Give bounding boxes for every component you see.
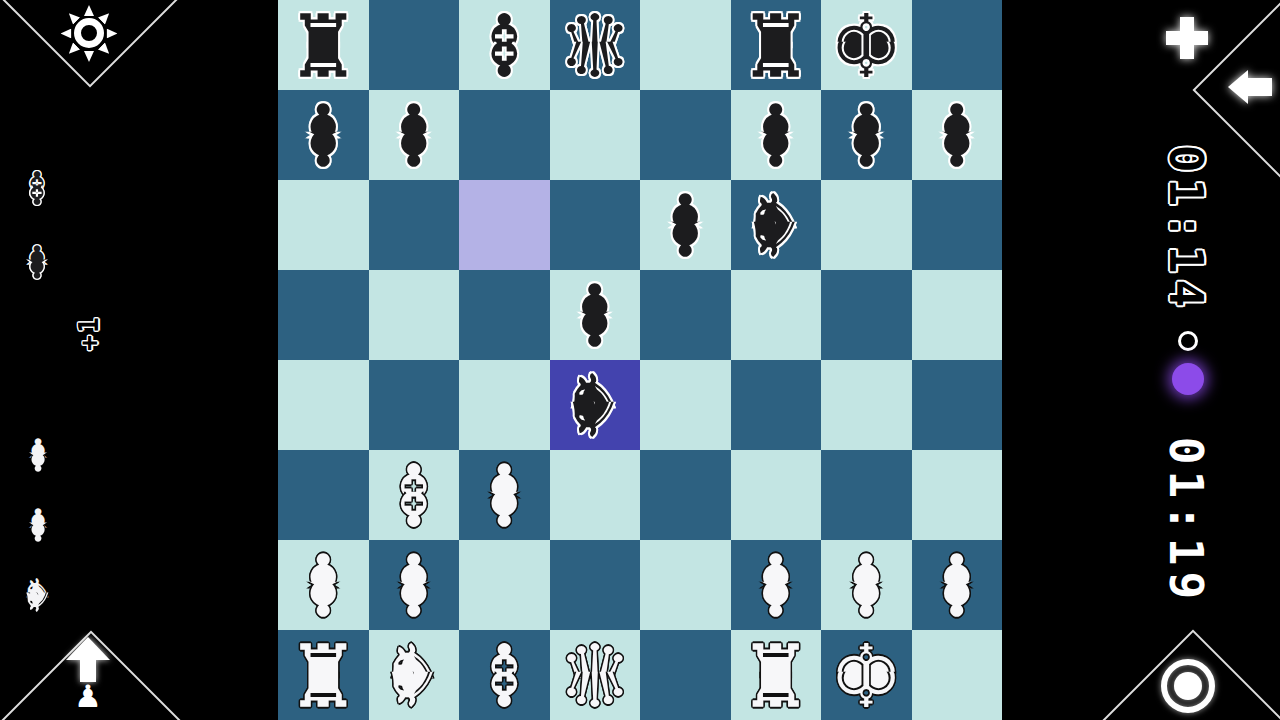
square-d2[interactable] — [550, 540, 641, 630]
white-rook[interactable]: ♜♜ — [278, 633, 368, 717]
sun-ray — [98, 42, 113, 57]
captured-white-pawn: ♟♟ — [16, 431, 60, 479]
square-b4[interactable] — [369, 360, 460, 450]
square-a2[interactable]: ♟♟ — [278, 540, 369, 630]
square-h8[interactable] — [912, 0, 1003, 90]
square-g1[interactable]: ♚♚ — [821, 630, 912, 720]
black-pawn[interactable]: ♟♟ — [369, 93, 459, 177]
square-a4[interactable] — [278, 360, 369, 450]
plus-icon[interactable] — [1166, 17, 1208, 59]
inactive-turn-dot — [1178, 331, 1198, 351]
square-e8[interactable] — [640, 0, 731, 90]
captured-white-pieces-tray: ♟♟♟♟♞♞ — [16, 431, 108, 619]
sun-ray — [84, 5, 94, 16]
square-c6[interactable] — [459, 180, 550, 270]
square-f2[interactable]: ♟♟ — [731, 540, 822, 630]
black-clock: 01:14 — [1161, 124, 1211, 334]
square-d6[interactable] — [550, 180, 641, 270]
square-c1[interactable]: ♝♝ — [459, 630, 550, 720]
black-pawn[interactable]: ♟♟ — [640, 183, 730, 267]
black-queen[interactable]: ♛♛ — [550, 3, 640, 87]
black-knight[interactable]: ♞♞ — [550, 363, 640, 447]
square-e1[interactable] — [640, 630, 731, 720]
captured-white-knight: ♞♞ — [16, 571, 60, 619]
square-c4[interactable] — [459, 360, 550, 450]
square-a8[interactable]: ♜♜ — [278, 0, 369, 90]
square-b5[interactable] — [369, 270, 460, 360]
white-pawn[interactable]: ♟♟ — [459, 453, 549, 537]
square-h1[interactable] — [912, 630, 1003, 720]
square-b2[interactable]: ♟♟ — [369, 540, 460, 630]
square-g5[interactable] — [821, 270, 912, 360]
black-pawn[interactable]: ♟♟ — [550, 273, 640, 357]
square-f3[interactable] — [731, 450, 822, 540]
square-g4[interactable] — [821, 360, 912, 450]
back-arrow-stem — [1246, 78, 1272, 96]
app-screen: ♜♜♝♝♛♛♜♜♚♚♟♟♟♟♟♟♟♟♟♟♟♟♞♞♟♟♞♞♝♝♟♟♟♟♟♟♟♟♟♟… — [0, 0, 1280, 720]
sun-ray — [84, 51, 94, 62]
white-pawn[interactable]: ♟♟ — [912, 543, 1002, 627]
square-d3[interactable] — [550, 450, 641, 540]
settings-sun-icon[interactable] — [61, 5, 117, 61]
square-c8[interactable]: ♝♝ — [459, 0, 550, 90]
square-h6[interactable] — [912, 180, 1003, 270]
square-a6[interactable] — [278, 180, 369, 270]
square-g7[interactable]: ♟♟ — [821, 90, 912, 180]
square-c5[interactable] — [459, 270, 550, 360]
sun-ray — [107, 29, 118, 39]
square-e6[interactable]: ♟♟ — [640, 180, 731, 270]
material-advantage-label: +1 — [73, 298, 105, 368]
white-king[interactable]: ♚♚ — [821, 633, 911, 717]
black-rook[interactable]: ♜♜ — [278, 3, 368, 87]
back-arrow-head — [1228, 70, 1248, 104]
black-pawn[interactable]: ♟♟ — [278, 93, 368, 177]
square-e5[interactable] — [640, 270, 731, 360]
square-g6[interactable] — [821, 180, 912, 270]
square-f8[interactable]: ♜♜ — [731, 0, 822, 90]
black-bishop[interactable]: ♝♝ — [459, 3, 549, 87]
square-b7[interactable]: ♟♟ — [369, 90, 460, 180]
square-c3[interactable]: ♟♟ — [459, 450, 550, 540]
record-icon[interactable] — [1161, 659, 1215, 713]
back-arrow-icon[interactable] — [1228, 70, 1272, 104]
up-arrow-icon[interactable] — [66, 637, 110, 683]
square-h5[interactable] — [912, 270, 1003, 360]
white-pawn[interactable]: ♟♟ — [369, 543, 459, 627]
square-a1[interactable]: ♜♜ — [278, 630, 369, 720]
sun-ring — [74, 18, 104, 48]
square-a7[interactable]: ♟♟ — [278, 90, 369, 180]
up-arrow-head — [66, 637, 110, 660]
square-e4[interactable] — [640, 360, 731, 450]
sun-ray — [65, 42, 80, 57]
black-pawn[interactable]: ♟♟ — [912, 93, 1002, 177]
chess-board[interactable]: ♜♜♝♝♛♛♜♜♚♚♟♟♟♟♟♟♟♟♟♟♟♟♞♞♟♟♞♞♝♝♟♟♟♟♟♟♟♟♟♟… — [278, 0, 1002, 720]
bottom-right-corner-button[interactable] — [1020, 629, 1280, 720]
square-b3[interactable]: ♝♝ — [369, 450, 460, 540]
white-pawn[interactable]: ♟♟ — [731, 543, 821, 627]
black-pawn[interactable]: ♟♟ — [821, 93, 911, 177]
square-e3[interactable] — [640, 450, 731, 540]
white-bishop[interactable]: ♝♝ — [459, 633, 549, 717]
black-knight[interactable]: ♞♞ — [731, 183, 821, 267]
white-knight[interactable]: ♞♞ — [369, 633, 459, 717]
square-f5[interactable] — [731, 270, 822, 360]
pawn-icon: ♟ — [71, 678, 105, 714]
square-d5[interactable]: ♟♟ — [550, 270, 641, 360]
square-f6[interactable]: ♞♞ — [731, 180, 822, 270]
white-clock: 01:19 — [1161, 416, 1211, 626]
black-king[interactable]: ♚♚ — [821, 3, 911, 87]
white-pawn[interactable]: ♟♟ — [821, 543, 911, 627]
captured-black-pawn: ♟♟ — [15, 238, 59, 286]
white-rook[interactable]: ♜♜ — [731, 633, 821, 717]
square-e7[interactable] — [640, 90, 731, 180]
sun-ray — [61, 29, 72, 39]
square-g3[interactable] — [821, 450, 912, 540]
black-pawn[interactable]: ♟♟ — [731, 93, 821, 177]
square-f7[interactable]: ♟♟ — [731, 90, 822, 180]
square-d8[interactable]: ♛♛ — [550, 0, 641, 90]
bottom-left-corner-button[interactable] — [0, 630, 264, 720]
captured-black-pieces-tray: ♝♝♟♟ — [15, 164, 59, 286]
square-a3[interactable] — [278, 450, 369, 540]
white-bishop[interactable]: ♝♝ — [369, 453, 459, 537]
square-e2[interactable] — [640, 540, 731, 630]
white-pawn[interactable]: ♟♟ — [278, 543, 368, 627]
square-g2[interactable]: ♟♟ — [821, 540, 912, 630]
captured-black-bishop: ♝♝ — [15, 164, 59, 212]
white-queen[interactable]: ♛♛ — [550, 633, 640, 717]
square-d1[interactable]: ♛♛ — [550, 630, 641, 720]
square-h2[interactable]: ♟♟ — [912, 540, 1003, 630]
square-b8[interactable] — [369, 0, 460, 90]
square-c7[interactable] — [459, 90, 550, 180]
square-a5[interactable] — [278, 270, 369, 360]
square-d4[interactable]: ♞♞ — [550, 360, 641, 450]
square-g8[interactable]: ♚♚ — [821, 0, 912, 90]
top-left-corner-button[interactable] — [0, 0, 263, 88]
square-b6[interactable] — [369, 180, 460, 270]
black-rook[interactable]: ♜♜ — [731, 3, 821, 87]
square-h4[interactable] — [912, 360, 1003, 450]
square-b1[interactable]: ♞♞ — [369, 630, 460, 720]
active-turn-dot — [1172, 363, 1204, 395]
square-f4[interactable] — [731, 360, 822, 450]
square-c2[interactable] — [459, 540, 550, 630]
square-h3[interactable] — [912, 450, 1003, 540]
square-f1[interactable]: ♜♜ — [731, 630, 822, 720]
captured-white-pawn: ♟♟ — [16, 501, 60, 549]
square-d7[interactable] — [550, 90, 641, 180]
square-h7[interactable]: ♟♟ — [912, 90, 1003, 180]
